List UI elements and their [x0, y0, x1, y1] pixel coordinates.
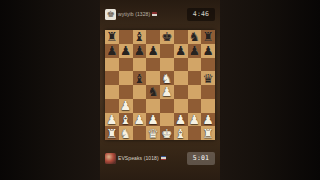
square-b8[interactable] [119, 30, 133, 44]
square-d3[interactable] [146, 99, 160, 113]
square-g5[interactable] [188, 71, 202, 85]
piece-black-pawn[interactable]: ♟ [148, 44, 159, 57]
square-a8[interactable]: ♜ [105, 30, 119, 44]
piece-black-pawn[interactable]: ♟ [203, 44, 214, 57]
square-e7[interactable] [160, 44, 174, 58]
square-c7[interactable]: ♟ [133, 44, 147, 58]
piece-black-queen[interactable]: ♛ [203, 72, 214, 85]
piece-white-bishop[interactable]: ♝ [175, 127, 186, 140]
square-b7[interactable]: ♟ [119, 44, 133, 58]
square-f1[interactable]: ♝ [174, 126, 188, 140]
piece-white-pawn[interactable]: ♟ [134, 113, 145, 126]
player-name-rating[interactable]: EVSpeaks (1018) [118, 155, 159, 161]
square-f7[interactable]: ♟ [174, 44, 188, 58]
square-e6[interactable] [160, 58, 174, 72]
square-g3[interactable] [188, 99, 202, 113]
square-f2[interactable]: ♟ [174, 113, 188, 127]
square-h8[interactable]: ♜ [201, 30, 215, 44]
square-b4[interactable] [119, 85, 133, 99]
piece-white-king[interactable]: ♚ [161, 127, 172, 140]
square-a5[interactable] [105, 71, 119, 85]
piece-white-pawn[interactable]: ♟ [161, 85, 172, 98]
opponent-avatar[interactable]: ♚ [105, 9, 116, 20]
square-c3[interactable] [133, 99, 147, 113]
square-f6[interactable] [174, 58, 188, 72]
player-flag-icon [161, 156, 166, 160]
piece-white-pawn[interactable]: ♟ [120, 99, 131, 112]
square-a7[interactable]: ♟ [105, 44, 119, 58]
square-d6[interactable] [146, 58, 160, 72]
square-d2[interactable]: ♟ [146, 113, 160, 127]
piece-black-knight[interactable]: ♞ [148, 85, 159, 98]
right-letterbox-bar [220, 0, 320, 180]
screenshot-stage: ♚ wytiyib (1328) 4:46 ♜♝♚♞♜♟♟♟♟♟♟♟♝♞♛♞♟♟… [0, 0, 320, 180]
piece-black-pawn[interactable]: ♟ [134, 44, 145, 57]
piece-white-queen[interactable]: ♛ [148, 127, 159, 140]
square-d8[interactable] [146, 30, 160, 44]
square-b2[interactable]: ♝ [119, 113, 133, 127]
square-b6[interactable] [119, 58, 133, 72]
square-c6[interactable] [133, 58, 147, 72]
piece-white-knight[interactable]: ♞ [120, 127, 131, 140]
piece-black-pawn[interactable]: ♟ [175, 44, 186, 57]
piece-white-pawn[interactable]: ♟ [189, 113, 200, 126]
opponent-player-bar: ♚ wytiyib (1328) 4:46 [105, 7, 215, 21]
piece-black-pawn[interactable]: ♟ [120, 44, 131, 57]
piece-black-king[interactable]: ♚ [161, 30, 172, 43]
square-h3[interactable] [201, 99, 215, 113]
piece-white-knight[interactable]: ♞ [161, 72, 172, 85]
opponent-clock: 4:46 [187, 8, 215, 21]
piece-black-knight[interactable]: ♞ [189, 30, 200, 43]
square-h7[interactable]: ♟ [201, 44, 215, 58]
player-avatar[interactable] [105, 153, 116, 164]
square-e4[interactable]: ♟ [160, 85, 174, 99]
piece-white-bishop[interactable]: ♝ [120, 113, 131, 126]
piece-black-rook[interactable]: ♜ [203, 30, 214, 43]
square-d4[interactable]: ♞ [146, 85, 160, 99]
square-h4[interactable] [201, 85, 215, 99]
piece-black-bishop[interactable]: ♝ [134, 72, 145, 85]
square-c5[interactable]: ♝ [133, 71, 147, 85]
square-h6[interactable] [201, 58, 215, 72]
player-bar: EVSpeaks (1018) 5:01 [105, 151, 215, 165]
square-e8[interactable]: ♚ [160, 30, 174, 44]
square-f4[interactable] [174, 85, 188, 99]
chess-board[interactable]: ♜♝♚♞♜♟♟♟♟♟♟♟♝♞♛♞♟♟♟♝♟♟♟♟♟♜♞♛♚♝♜ [105, 30, 215, 140]
square-d1[interactable]: ♛ [146, 126, 160, 140]
piece-white-rook[interactable]: ♜ [106, 127, 117, 140]
square-h2[interactable]: ♟ [201, 113, 215, 127]
piece-white-pawn[interactable]: ♟ [175, 113, 186, 126]
piece-white-pawn[interactable]: ♟ [203, 113, 214, 126]
square-c4[interactable] [133, 85, 147, 99]
piece-white-pawn[interactable]: ♟ [106, 113, 117, 126]
square-a1[interactable]: ♜ [105, 126, 119, 140]
square-h1[interactable]: ♜ [201, 126, 215, 140]
square-c8[interactable]: ♝ [133, 30, 147, 44]
square-f8[interactable] [174, 30, 188, 44]
piece-black-pawn[interactable]: ♟ [189, 44, 200, 57]
square-g7[interactable]: ♟ [188, 44, 202, 58]
square-b5[interactable] [119, 71, 133, 85]
square-b1[interactable]: ♞ [119, 126, 133, 140]
left-letterbox-bar [0, 0, 100, 180]
square-d7[interactable]: ♟ [146, 44, 160, 58]
square-e3[interactable] [160, 99, 174, 113]
square-e1[interactable]: ♚ [160, 126, 174, 140]
square-h5[interactable]: ♛ [201, 71, 215, 85]
piece-black-pawn[interactable]: ♟ [106, 44, 117, 57]
square-c2[interactable]: ♟ [133, 113, 147, 127]
square-a4[interactable] [105, 85, 119, 99]
square-c1[interactable] [133, 126, 147, 140]
piece-black-rook[interactable]: ♜ [106, 30, 117, 43]
piece-white-pawn[interactable]: ♟ [148, 113, 159, 126]
square-g8[interactable]: ♞ [188, 30, 202, 44]
square-g1[interactable] [188, 126, 202, 140]
piece-black-bishop[interactable]: ♝ [134, 30, 145, 43]
square-e5[interactable]: ♞ [160, 71, 174, 85]
square-f3[interactable] [174, 99, 188, 113]
opponent-flag-icon [152, 12, 157, 16]
player-clock: 5:01 [187, 152, 215, 165]
piece-white-rook[interactable]: ♜ [203, 127, 214, 140]
square-g6[interactable] [188, 58, 202, 72]
square-f5[interactable] [174, 71, 188, 85]
square-g4[interactable] [188, 85, 202, 99]
square-b3[interactable]: ♟ [119, 99, 133, 113]
square-e2[interactable] [160, 113, 174, 127]
square-a3[interactable] [105, 99, 119, 113]
square-g2[interactable]: ♟ [188, 113, 202, 127]
square-a2[interactable]: ♟ [105, 113, 119, 127]
square-d5[interactable] [146, 71, 160, 85]
square-a6[interactable] [105, 58, 119, 72]
opponent-name-rating[interactable]: wytiyib (1328) [118, 11, 150, 17]
